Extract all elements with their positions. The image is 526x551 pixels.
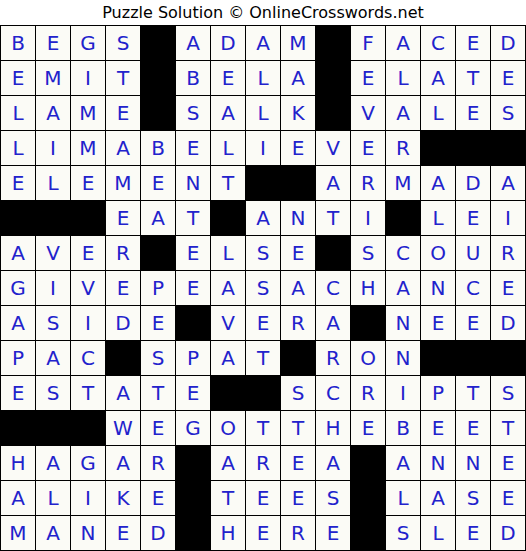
letter-cell: S bbox=[316, 481, 350, 515]
letter-cell: S bbox=[106, 26, 140, 60]
letter-cell: E bbox=[71, 166, 105, 200]
letter-cell: L bbox=[1, 131, 35, 165]
black-cell bbox=[316, 236, 350, 270]
letter-cell: A bbox=[141, 201, 175, 235]
black-cell bbox=[71, 201, 105, 235]
letter-cell: S bbox=[386, 516, 420, 550]
black-cell bbox=[351, 481, 385, 515]
letter-cell: V bbox=[211, 306, 245, 340]
black-cell bbox=[421, 131, 455, 165]
letter-cell: A bbox=[246, 201, 280, 235]
letter-cell: M bbox=[36, 61, 70, 95]
letter-cell: S bbox=[491, 96, 525, 130]
letter-cell: N bbox=[386, 341, 420, 375]
letter-cell: L bbox=[386, 61, 420, 95]
letter-cell: I bbox=[246, 131, 280, 165]
letter-cell: A bbox=[1, 481, 35, 515]
letter-cell: E bbox=[106, 271, 140, 305]
letter-cell: S bbox=[176, 96, 210, 130]
letter-cell: E bbox=[351, 411, 385, 445]
letter-cell: I bbox=[36, 271, 70, 305]
letter-cell: V bbox=[71, 271, 105, 305]
crossword-grid: BEGSADAMFACEDEMITBELAELATELAMESALKVALESL… bbox=[0, 25, 526, 551]
letter-cell: E bbox=[141, 481, 175, 515]
black-cell bbox=[176, 446, 210, 480]
black-cell bbox=[211, 376, 245, 410]
letter-cell: E bbox=[456, 201, 490, 235]
letter-cell: S bbox=[351, 236, 385, 270]
letter-cell: C bbox=[421, 26, 455, 60]
letter-cell: T bbox=[211, 166, 245, 200]
letter-cell: A bbox=[281, 271, 315, 305]
letter-cell: E bbox=[176, 376, 210, 410]
letter-cell: I bbox=[71, 306, 105, 340]
black-cell bbox=[316, 26, 350, 60]
letter-cell: A bbox=[316, 306, 350, 340]
letter-cell: O bbox=[421, 236, 455, 270]
letter-cell: A bbox=[176, 26, 210, 60]
letter-cell: D bbox=[106, 306, 140, 340]
letter-cell: L bbox=[36, 166, 70, 200]
letter-cell: N bbox=[421, 271, 455, 305]
letter-cell: A bbox=[386, 271, 420, 305]
letter-cell: S bbox=[141, 341, 175, 375]
letter-cell: E bbox=[36, 26, 70, 60]
black-cell bbox=[491, 341, 525, 375]
letter-cell: L bbox=[421, 96, 455, 130]
letter-cell: G bbox=[176, 411, 210, 445]
letter-cell: A bbox=[386, 446, 420, 480]
black-cell bbox=[491, 131, 525, 165]
letter-cell: F bbox=[351, 26, 385, 60]
letter-cell: G bbox=[71, 26, 105, 60]
letter-cell: E bbox=[246, 481, 280, 515]
letter-cell: H bbox=[316, 411, 350, 445]
letter-cell: A bbox=[36, 96, 70, 130]
letter-cell: D bbox=[491, 26, 525, 60]
letter-cell: E bbox=[1, 61, 35, 95]
letter-cell: V bbox=[351, 96, 385, 130]
letter-cell: S bbox=[36, 306, 70, 340]
letter-cell: M bbox=[386, 166, 420, 200]
letter-cell: A bbox=[421, 166, 455, 200]
black-cell bbox=[456, 341, 490, 375]
letter-cell: T bbox=[456, 376, 490, 410]
letter-cell: K bbox=[106, 481, 140, 515]
letter-cell: M bbox=[1, 516, 35, 550]
letter-cell: N bbox=[71, 516, 105, 550]
letter-cell: A bbox=[36, 516, 70, 550]
letter-cell: T bbox=[141, 376, 175, 410]
letter-cell: P bbox=[1, 341, 35, 375]
letter-cell: U bbox=[456, 236, 490, 270]
letter-cell: A bbox=[211, 341, 245, 375]
letter-cell: A bbox=[1, 306, 35, 340]
letter-cell: A bbox=[316, 446, 350, 480]
letter-cell: L bbox=[246, 61, 280, 95]
black-cell bbox=[421, 341, 455, 375]
letter-cell: R bbox=[351, 376, 385, 410]
letter-cell: E bbox=[176, 271, 210, 305]
letter-cell: E bbox=[71, 236, 105, 270]
black-cell bbox=[246, 376, 280, 410]
letter-cell: H bbox=[351, 271, 385, 305]
letter-cell: T bbox=[246, 341, 280, 375]
letter-cell: D bbox=[491, 516, 525, 550]
letter-cell: E bbox=[281, 131, 315, 165]
black-cell bbox=[211, 201, 245, 235]
letter-cell: A bbox=[246, 26, 280, 60]
letter-cell: L bbox=[211, 131, 245, 165]
letter-cell: T bbox=[281, 411, 315, 445]
letter-cell: A bbox=[211, 271, 245, 305]
black-cell bbox=[316, 61, 350, 95]
black-cell bbox=[1, 411, 35, 445]
letter-cell: A bbox=[211, 96, 245, 130]
letter-cell: L bbox=[246, 96, 280, 130]
letter-cell: D bbox=[211, 26, 245, 60]
letter-cell: R bbox=[491, 236, 525, 270]
letter-cell: P bbox=[421, 376, 455, 410]
letter-cell: E bbox=[106, 201, 140, 235]
letter-cell: L bbox=[211, 236, 245, 270]
letter-cell: I bbox=[386, 376, 420, 410]
letter-cell: V bbox=[316, 131, 350, 165]
letter-cell: E bbox=[1, 376, 35, 410]
letter-cell: E bbox=[421, 411, 455, 445]
black-cell bbox=[456, 131, 490, 165]
letter-cell: A bbox=[1, 236, 35, 270]
letter-cell: R bbox=[246, 446, 280, 480]
letter-cell: B bbox=[386, 411, 420, 445]
letter-cell: C bbox=[386, 236, 420, 270]
letter-cell: A bbox=[106, 131, 140, 165]
letter-cell: E bbox=[176, 236, 210, 270]
letter-cell: H bbox=[1, 446, 35, 480]
letter-cell: E bbox=[351, 61, 385, 95]
letter-cell: R bbox=[106, 236, 140, 270]
letter-cell: A bbox=[36, 341, 70, 375]
black-cell bbox=[316, 96, 350, 130]
letter-cell: O bbox=[351, 341, 385, 375]
letter-cell: M bbox=[71, 96, 105, 130]
letter-cell: E bbox=[316, 516, 350, 550]
black-cell bbox=[176, 306, 210, 340]
letter-cell: R bbox=[316, 341, 350, 375]
letter-cell: A bbox=[491, 166, 525, 200]
letter-cell: H bbox=[211, 516, 245, 550]
letter-cell: N bbox=[386, 306, 420, 340]
letter-cell: S bbox=[246, 236, 280, 270]
letter-cell: K bbox=[281, 96, 315, 130]
letter-cell: E bbox=[491, 61, 525, 95]
letter-cell: S bbox=[36, 376, 70, 410]
letter-cell: A bbox=[211, 446, 245, 480]
letter-cell: G bbox=[1, 271, 35, 305]
letter-cell: C bbox=[316, 376, 350, 410]
letter-cell: C bbox=[456, 271, 490, 305]
black-cell bbox=[351, 516, 385, 550]
letter-cell: A bbox=[421, 61, 455, 95]
black-cell bbox=[351, 446, 385, 480]
letter-cell: T bbox=[491, 411, 525, 445]
letter-cell: S bbox=[246, 271, 280, 305]
letter-cell: L bbox=[421, 516, 455, 550]
letter-cell: B bbox=[141, 131, 175, 165]
letter-cell: E bbox=[141, 411, 175, 445]
letter-cell: A bbox=[281, 61, 315, 95]
black-cell bbox=[281, 341, 315, 375]
black-cell bbox=[351, 306, 385, 340]
letter-cell: L bbox=[36, 481, 70, 515]
letter-cell: R bbox=[281, 516, 315, 550]
letter-cell: A bbox=[386, 26, 420, 60]
letter-cell: E bbox=[456, 306, 490, 340]
letter-cell: E bbox=[491, 446, 525, 480]
letter-cell: I bbox=[71, 61, 105, 95]
black-cell bbox=[176, 481, 210, 515]
letter-cell: N bbox=[456, 446, 490, 480]
letter-cell: E bbox=[491, 271, 525, 305]
letter-cell: S bbox=[456, 481, 490, 515]
black-cell bbox=[141, 236, 175, 270]
letter-cell: E bbox=[281, 446, 315, 480]
letter-cell: B bbox=[1, 26, 35, 60]
black-cell bbox=[36, 411, 70, 445]
letter-cell: O bbox=[211, 411, 245, 445]
letter-cell: E bbox=[491, 481, 525, 515]
letter-cell: D bbox=[456, 166, 490, 200]
letter-cell: E bbox=[456, 96, 490, 130]
black-cell bbox=[141, 61, 175, 95]
letter-cell: T bbox=[71, 376, 105, 410]
letter-cell: I bbox=[491, 201, 525, 235]
letter-cell: E bbox=[106, 96, 140, 130]
letter-cell: R bbox=[141, 446, 175, 480]
black-cell bbox=[141, 96, 175, 130]
letter-cell: R bbox=[386, 131, 420, 165]
letter-cell: E bbox=[281, 481, 315, 515]
letter-cell: I bbox=[71, 481, 105, 515]
letter-cell: A bbox=[316, 166, 350, 200]
letter-cell: N bbox=[176, 166, 210, 200]
letter-cell: T bbox=[211, 481, 245, 515]
letter-cell: I bbox=[36, 131, 70, 165]
letter-cell: E bbox=[281, 236, 315, 270]
letter-cell: L bbox=[421, 201, 455, 235]
letter-cell: E bbox=[351, 131, 385, 165]
letter-cell: L bbox=[386, 481, 420, 515]
letter-cell: A bbox=[36, 446, 70, 480]
black-cell bbox=[36, 201, 70, 235]
letter-cell: T bbox=[316, 201, 350, 235]
black-cell bbox=[106, 341, 140, 375]
letter-cell: A bbox=[421, 481, 455, 515]
black-cell bbox=[386, 201, 420, 235]
letter-cell: E bbox=[141, 166, 175, 200]
letter-cell: C bbox=[316, 271, 350, 305]
letter-cell: M bbox=[71, 131, 105, 165]
letter-cell: I bbox=[351, 201, 385, 235]
letter-cell: R bbox=[351, 166, 385, 200]
letter-cell: M bbox=[281, 26, 315, 60]
black-cell bbox=[176, 516, 210, 550]
letter-cell: E bbox=[176, 131, 210, 165]
letter-cell: T bbox=[176, 201, 210, 235]
letter-cell: W bbox=[106, 411, 140, 445]
black-cell bbox=[246, 166, 280, 200]
letter-cell: E bbox=[421, 306, 455, 340]
letter-cell: E bbox=[456, 26, 490, 60]
letter-cell: N bbox=[281, 201, 315, 235]
letter-cell: T bbox=[246, 411, 280, 445]
letter-cell: T bbox=[106, 61, 140, 95]
black-cell bbox=[281, 166, 315, 200]
black-cell bbox=[71, 411, 105, 445]
letter-cell: V bbox=[36, 236, 70, 270]
letter-cell: L bbox=[1, 96, 35, 130]
letter-cell: A bbox=[386, 96, 420, 130]
letter-cell: T bbox=[456, 61, 490, 95]
letter-cell: E bbox=[456, 411, 490, 445]
letter-cell: E bbox=[106, 516, 140, 550]
letter-cell: M bbox=[106, 166, 140, 200]
letter-cell: E bbox=[141, 306, 175, 340]
letter-cell: E bbox=[246, 306, 280, 340]
puzzle-page: Puzzle Solution © OnlineCrosswords.net B… bbox=[0, 0, 526, 551]
letter-cell: N bbox=[421, 446, 455, 480]
letter-cell: C bbox=[71, 341, 105, 375]
letter-cell: B bbox=[176, 61, 210, 95]
letter-cell: E bbox=[246, 516, 280, 550]
letter-cell: E bbox=[211, 61, 245, 95]
letter-cell: E bbox=[1, 166, 35, 200]
black-cell bbox=[1, 201, 35, 235]
letter-cell: P bbox=[141, 271, 175, 305]
letter-cell: P bbox=[176, 341, 210, 375]
letter-cell: D bbox=[491, 306, 525, 340]
puzzle-title: Puzzle Solution © OnlineCrosswords.net bbox=[0, 0, 526, 25]
black-cell bbox=[141, 26, 175, 60]
letter-cell: A bbox=[106, 446, 140, 480]
letter-cell: D bbox=[141, 516, 175, 550]
letter-cell: R bbox=[281, 306, 315, 340]
letter-cell: S bbox=[491, 376, 525, 410]
letter-cell: S bbox=[281, 376, 315, 410]
letter-cell: A bbox=[106, 376, 140, 410]
letter-cell: G bbox=[71, 446, 105, 480]
letter-cell: E bbox=[456, 516, 490, 550]
